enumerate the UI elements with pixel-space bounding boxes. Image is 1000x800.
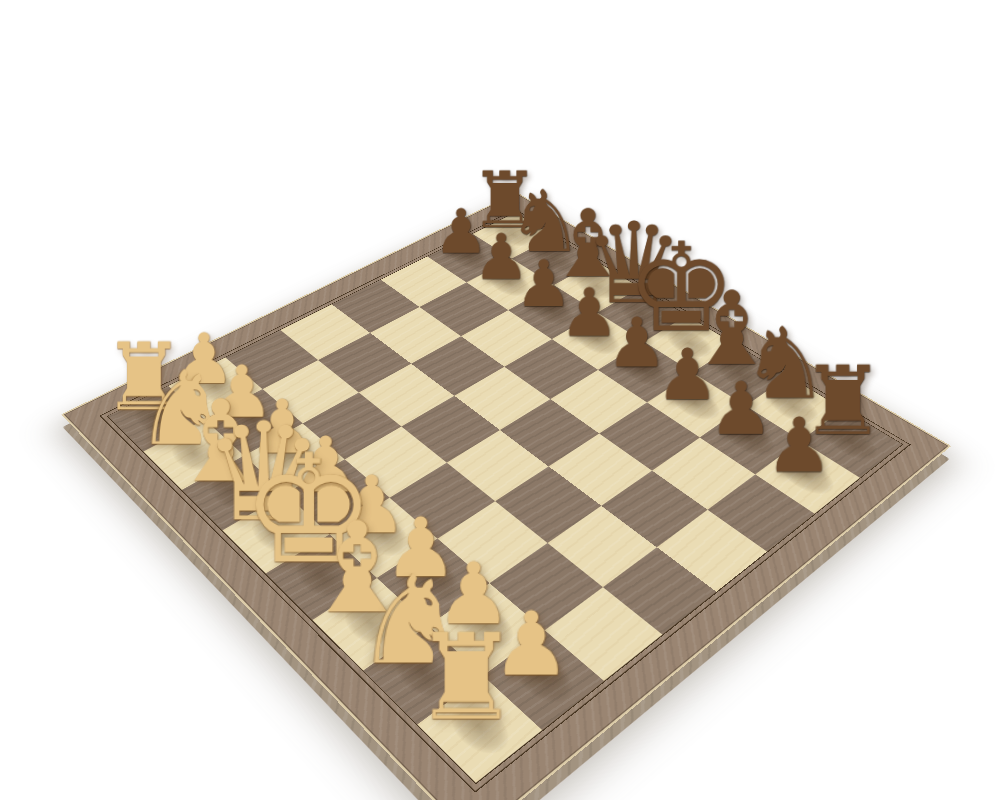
piece-white-rook[interactable]: ♜ xyxy=(377,618,556,738)
chess-board: ♜♞♝♛♚♝♞♜♟♟♟♟♟♟♟♟♟♟♟♟♟♟♟♟♜♞♝♛♚♝♞♜ xyxy=(61,192,951,800)
chessboard-scene: ♜♞♝♛♚♝♞♜♟♟♟♟♟♟♟♟♟♟♟♟♟♟♟♟♜♞♝♛♚♝♞♜ xyxy=(0,0,1000,800)
piece-black-pawn[interactable]: ♟ xyxy=(725,408,872,483)
square-h1[interactable]: ♜ xyxy=(417,675,542,782)
board-frame: ♜♞♝♛♚♝♞♜♟♟♟♟♟♟♟♟♟♟♟♟♟♟♟♟♜♞♝♛♚♝♞♜ xyxy=(61,192,951,800)
board-grid: ♜♞♝♛♚♝♞♜♟♟♟♟♟♟♟♟♟♟♟♟♟♟♟♟♜♞♝♛♚♝♞♜ xyxy=(107,212,904,784)
photo-backdrop: ♜♞♝♛♚♝♞♜♟♟♟♟♟♟♟♟♟♟♟♟♟♟♟♟♜♞♝♛♚♝♞♜ xyxy=(0,0,1000,800)
square-h7[interactable]: ♟ xyxy=(755,441,859,514)
board-inlay-pinstripe: ♜♞♝♛♚♝♞♜♟♟♟♟♟♟♟♟♟♟♟♟♟♟♟♟♜♞♝♛♚♝♞♜ xyxy=(100,209,911,793)
